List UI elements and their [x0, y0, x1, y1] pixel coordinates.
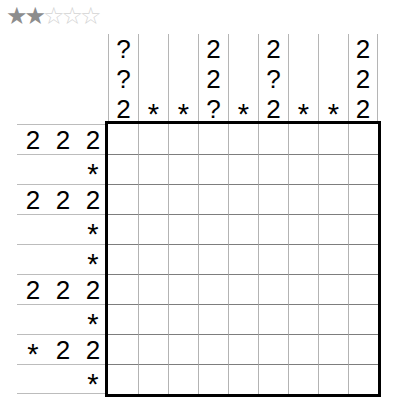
- column-clue-8: *: [318, 34, 348, 124]
- column-clue-cell[interactable]: 2: [199, 34, 228, 64]
- grid-cell-r4c4[interactable]: [198, 214, 228, 244]
- difficulty-rating: ★★☆☆☆: [6, 2, 99, 30]
- column-clue-7: *: [288, 34, 318, 124]
- grid-cell-r4c2[interactable]: [138, 214, 168, 244]
- grid-cell-r6c6[interactable]: [258, 274, 288, 304]
- row-clue-cell[interactable]: *: [18, 340, 48, 369]
- column-clue-cell: [229, 34, 258, 64]
- grid-cell-r2c2[interactable]: [138, 154, 168, 184]
- column-clue-cell[interactable]: 2: [109, 94, 138, 124]
- grid-cell-r1c5[interactable]: [228, 124, 258, 154]
- row-clue-cell: [48, 245, 78, 274]
- star-empty-icons: ☆☆☆: [43, 2, 99, 29]
- grid-cell-r7c2[interactable]: [138, 304, 168, 334]
- column-clue-3: *: [168, 34, 198, 124]
- grid-cell-r5c8[interactable]: [318, 244, 348, 274]
- row-clue-4: *: [17, 214, 108, 244]
- grid-cell-r5c4[interactable]: [198, 244, 228, 274]
- column-clue-1: ??2: [108, 34, 138, 124]
- row-clue-cell[interactable]: *: [78, 310, 108, 339]
- grid-cell-r6c2[interactable]: [138, 274, 168, 304]
- row-clue-cell: [18, 245, 48, 274]
- grid-cell-r6c3[interactable]: [168, 274, 198, 304]
- grid-cell-r5c2[interactable]: [138, 244, 168, 274]
- grid-cell-r6c9[interactable]: [348, 274, 378, 304]
- grid-cell-r5c1[interactable]: [108, 244, 138, 274]
- row-clue-cell[interactable]: 2: [48, 335, 78, 364]
- column-clue-cell[interactable]: 2: [199, 64, 228, 94]
- grid-cell-r4c6[interactable]: [258, 214, 288, 244]
- grid-cell-r7c6[interactable]: [258, 304, 288, 334]
- column-clue-cell[interactable]: 2: [259, 94, 288, 124]
- column-clue-cell: [319, 64, 348, 94]
- column-clues-panel: ??2**22?*2?2**222: [108, 34, 378, 124]
- column-clue-cell[interactable]: 2: [349, 64, 377, 94]
- grid-cell-r1c6[interactable]: [258, 124, 288, 154]
- grid-cell-r9c5[interactable]: [228, 364, 258, 394]
- column-clue-cell: [289, 34, 318, 64]
- row-clue-cell: [48, 305, 78, 334]
- grid-cell-r1c1[interactable]: [108, 124, 138, 154]
- grid-cell-r1c2[interactable]: [138, 124, 168, 154]
- grid-cell-r9c2[interactable]: [138, 364, 168, 394]
- grid-cell-r7c1[interactable]: [108, 304, 138, 334]
- grid-cell-r4c5[interactable]: [228, 214, 258, 244]
- column-clue-cell[interactable]: 2: [349, 94, 377, 124]
- grid-cell-r6c7[interactable]: [288, 274, 318, 304]
- grid-cell-r5c9[interactable]: [348, 244, 378, 274]
- row-clue-cell[interactable]: *: [78, 220, 108, 249]
- row-clue-cell[interactable]: 2: [78, 125, 108, 154]
- row-clue-cell[interactable]: 2: [18, 125, 48, 154]
- grid-cell-r4c7[interactable]: [288, 214, 318, 244]
- row-clue-cell[interactable]: 2: [48, 125, 78, 154]
- grid-cell-r3c7[interactable]: [288, 184, 318, 214]
- row-clue-cell: [48, 365, 78, 394]
- row-clue-1: 222: [17, 124, 108, 154]
- grid-cell-r3c5[interactable]: [228, 184, 258, 214]
- grid-cell-r9c6[interactable]: [258, 364, 288, 394]
- grid-cell-r9c1[interactable]: [108, 364, 138, 394]
- grid-cell-r7c5[interactable]: [228, 304, 258, 334]
- grid-cell-r4c3[interactable]: [168, 214, 198, 244]
- grid-cell-r3c9[interactable]: [348, 184, 378, 214]
- grid-cell-r1c7[interactable]: [288, 124, 318, 154]
- grid-cell-r6c4[interactable]: [198, 274, 228, 304]
- row-clue-cell: [18, 305, 48, 334]
- grid-cell-r1c3[interactable]: [168, 124, 198, 154]
- grid-cell-r1c9[interactable]: [348, 124, 378, 154]
- grid-cell-r7c7[interactable]: [288, 304, 318, 334]
- column-clue-cell: [139, 64, 168, 94]
- column-clue-cell[interactable]: ?: [109, 64, 138, 94]
- grid-cell-r9c7[interactable]: [288, 364, 318, 394]
- column-clue-6: 2?2: [258, 34, 288, 124]
- column-clue-cell[interactable]: ?: [199, 94, 228, 124]
- row-clue-cell[interactable]: 2: [48, 275, 78, 304]
- grid-cell-r8c6[interactable]: [258, 334, 288, 364]
- grid-cell-r2c8[interactable]: [318, 154, 348, 184]
- grid-cell-r2c9[interactable]: [348, 154, 378, 184]
- grid-cell-r2c1[interactable]: [108, 154, 138, 184]
- grid-cell-r8c4[interactable]: [198, 334, 228, 364]
- grid-cell-r6c5[interactable]: [228, 274, 258, 304]
- row-clue-cell[interactable]: *: [78, 250, 108, 279]
- row-clue-cell[interactable]: 2: [18, 275, 48, 304]
- star-filled-icons: ★★: [6, 2, 43, 29]
- grid-cell-r8c2[interactable]: [138, 334, 168, 364]
- grid-cell-r5c6[interactable]: [258, 244, 288, 274]
- grid-cell-r8c1[interactable]: [108, 334, 138, 364]
- grid-cell-r4c9[interactable]: [348, 214, 378, 244]
- column-clue-4: 22?: [198, 34, 228, 124]
- row-clue-2: *: [17, 154, 108, 184]
- grid-cell-r1c8[interactable]: [318, 124, 348, 154]
- column-clue-2: *: [138, 34, 168, 124]
- row-clue-cell: [48, 215, 78, 244]
- column-clue-cell[interactable]: 2: [349, 34, 377, 64]
- grid-cell-r8c5[interactable]: [228, 334, 258, 364]
- grid-cell-r7c9[interactable]: [348, 304, 378, 334]
- grid-cell-r3c6[interactable]: [258, 184, 288, 214]
- grid-cell-r6c1[interactable]: [108, 274, 138, 304]
- grid-cell-r9c3[interactable]: [168, 364, 198, 394]
- grid-cell-r2c5[interactable]: [228, 154, 258, 184]
- column-clue-cell: [139, 34, 168, 64]
- grid-cell-r7c8[interactable]: [318, 304, 348, 334]
- grid-cell-r4c1[interactable]: [108, 214, 138, 244]
- grid-cell-r9c4[interactable]: [198, 364, 228, 394]
- column-clue-cell[interactable]: 2: [259, 34, 288, 64]
- row-clue-cell[interactable]: *: [78, 370, 108, 399]
- grid-cell-r3c1[interactable]: [108, 184, 138, 214]
- grid-cell-r6c8[interactable]: [318, 274, 348, 304]
- grid-cell-r8c9[interactable]: [348, 334, 378, 364]
- column-clue-cell: [169, 64, 198, 94]
- grid-cell-r3c4[interactable]: [198, 184, 228, 214]
- row-clue-cell: [18, 215, 48, 244]
- grid-cell-r2c4[interactable]: [198, 154, 228, 184]
- grid-cell-r4c8[interactable]: [318, 214, 348, 244]
- row-clue-cell[interactable]: *: [78, 160, 108, 189]
- grid-cell-r9c9[interactable]: [348, 364, 378, 394]
- grid-cell-r3c8[interactable]: [318, 184, 348, 214]
- row-clue-cell[interactable]: 2: [48, 185, 78, 214]
- grid-cell-r1c4[interactable]: [198, 124, 228, 154]
- grid-cell-r9c8[interactable]: [318, 364, 348, 394]
- grid-cell-r2c7[interactable]: [288, 154, 318, 184]
- grid-cell-r7c4[interactable]: [198, 304, 228, 334]
- grid-cell-r2c6[interactable]: [258, 154, 288, 184]
- row-clues-panel: 222*222**222**22*: [17, 124, 108, 394]
- grid-cell-r8c3[interactable]: [168, 334, 198, 364]
- row-clue-cell[interactable]: 2: [18, 185, 48, 214]
- column-clue-cell: [289, 64, 318, 94]
- row-clue-5: *: [17, 244, 108, 274]
- grid-cell-r3c2[interactable]: [138, 184, 168, 214]
- column-clue-cell: [229, 64, 258, 94]
- grid-cell-r5c7[interactable]: [288, 244, 318, 274]
- grid-cell-r3c3[interactable]: [168, 184, 198, 214]
- grid-cell-r8c7[interactable]: [288, 334, 318, 364]
- grid-cell-r8c8[interactable]: [318, 334, 348, 364]
- column-clue-cell: [319, 34, 348, 64]
- column-clue-cell[interactable]: ?: [259, 64, 288, 94]
- grid-cell-r7c3[interactable]: [168, 304, 198, 334]
- row-clue-cell: [18, 155, 48, 184]
- grid-cell-r2c3[interactable]: [168, 154, 198, 184]
- grid-cell-r5c5[interactable]: [228, 244, 258, 274]
- puzzle-grid: [105, 121, 381, 397]
- grid-cell-r5c3[interactable]: [168, 244, 198, 274]
- column-clue-9: 222: [348, 34, 378, 124]
- row-clue-7: *: [17, 304, 108, 334]
- column-clue-cell[interactable]: ?: [109, 34, 138, 64]
- row-clue-cell: [48, 155, 78, 184]
- column-clue-5: *: [228, 34, 258, 124]
- column-clue-cell: [169, 34, 198, 64]
